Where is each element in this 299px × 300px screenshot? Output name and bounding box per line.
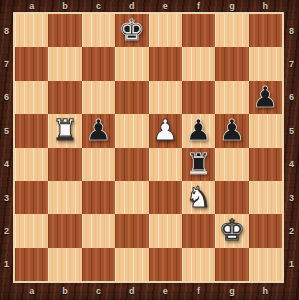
square-g7[interactable] [215, 47, 248, 80]
square-c6[interactable] [82, 81, 115, 114]
board-grid: ♚♟♜♟♟♟♟♜♞♚ [15, 14, 282, 281]
file-label-top-f: f [182, 0, 215, 12]
square-a1[interactable] [15, 248, 48, 281]
square-g4[interactable] [215, 148, 248, 181]
rank-label-left-2: 2 [0, 214, 13, 247]
rank-label-left-6: 6 [0, 81, 13, 114]
square-d1[interactable] [115, 248, 148, 281]
square-d8[interactable]: ♚ [115, 14, 148, 47]
square-d3[interactable] [115, 181, 148, 214]
rank-label-right-5: 5 [284, 114, 299, 147]
square-c2[interactable] [82, 214, 115, 247]
rank-label-right-2: 2 [284, 214, 299, 247]
square-d7[interactable] [115, 47, 148, 80]
file-label-bottom-d: d [115, 284, 148, 298]
square-b3[interactable] [48, 181, 81, 214]
rank-label-left-5: 5 [0, 114, 13, 147]
square-c5[interactable]: ♟ [82, 114, 115, 147]
square-h8[interactable] [249, 14, 282, 47]
square-c4[interactable] [82, 148, 115, 181]
square-a8[interactable] [15, 14, 48, 47]
square-b8[interactable] [48, 14, 81, 47]
file-label-bottom-e: e [149, 284, 182, 298]
square-h3[interactable] [249, 181, 282, 214]
square-b2[interactable] [48, 214, 81, 247]
square-c3[interactable] [82, 181, 115, 214]
file-label-bottom-a: a [15, 284, 48, 298]
square-c1[interactable] [82, 248, 115, 281]
square-b7[interactable] [48, 47, 81, 80]
piece-black-rook-f4[interactable]: ♜ [182, 148, 215, 181]
rank-label-left-1: 1 [0, 248, 13, 281]
file-label-top-e: e [149, 0, 182, 12]
square-d2[interactable] [115, 214, 148, 247]
piece-black-king-d8[interactable]: ♚ [115, 14, 148, 47]
file-label-top-d: d [115, 0, 148, 12]
square-f4[interactable]: ♜ [182, 148, 215, 181]
rank-label-right-7: 7 [284, 47, 299, 80]
piece-black-pawn-g5[interactable]: ♟ [215, 114, 248, 147]
chessboard: aabbccddeeffgghh8877665544332211 ♚♟♜♟♟♟♟… [0, 0, 299, 300]
file-label-top-c: c [82, 0, 115, 12]
square-d6[interactable] [115, 81, 148, 114]
rank-label-right-3: 3 [284, 181, 299, 214]
file-label-top-g: g [215, 0, 248, 12]
square-g5[interactable]: ♟ [215, 114, 248, 147]
file-label-top-b: b [48, 0, 81, 12]
rank-label-left-8: 8 [0, 14, 13, 47]
square-e6[interactable] [149, 81, 182, 114]
square-c8[interactable] [82, 14, 115, 47]
square-a6[interactable] [15, 81, 48, 114]
board-inner-frame: ♚♟♜♟♟♟♟♜♞♚ [13, 12, 284, 283]
file-label-top-h: h [249, 0, 282, 12]
square-e8[interactable] [149, 14, 182, 47]
file-label-bottom-b: b [48, 284, 81, 298]
square-e7[interactable] [149, 47, 182, 80]
square-b5[interactable]: ♜ [48, 114, 81, 147]
square-h4[interactable] [249, 148, 282, 181]
rank-label-right-4: 4 [284, 148, 299, 181]
piece-white-pawn-e5[interactable]: ♟ [149, 114, 182, 147]
piece-black-pawn-f5[interactable]: ♟ [182, 114, 215, 147]
square-h7[interactable] [249, 47, 282, 80]
square-e1[interactable] [149, 248, 182, 281]
square-a4[interactable] [15, 148, 48, 181]
square-e4[interactable] [149, 148, 182, 181]
square-b4[interactable] [48, 148, 81, 181]
file-label-bottom-c: c [82, 284, 115, 298]
square-f6[interactable] [182, 81, 215, 114]
file-label-bottom-h: h [249, 284, 282, 298]
square-g1[interactable] [215, 248, 248, 281]
square-f3[interactable]: ♞ [182, 181, 215, 214]
square-g2[interactable]: ♚ [215, 214, 248, 247]
square-a3[interactable] [15, 181, 48, 214]
square-h2[interactable] [249, 214, 282, 247]
square-f7[interactable] [182, 47, 215, 80]
square-e5[interactable]: ♟ [149, 114, 182, 147]
square-h6[interactable]: ♟ [249, 81, 282, 114]
square-f5[interactable]: ♟ [182, 114, 215, 147]
square-b1[interactable] [48, 248, 81, 281]
square-g3[interactable] [215, 181, 248, 214]
file-label-top-a: a [15, 0, 48, 12]
file-label-bottom-f: f [182, 284, 215, 298]
square-b6[interactable] [48, 81, 81, 114]
piece-black-pawn-c5[interactable]: ♟ [82, 114, 115, 147]
rank-label-right-6: 6 [284, 81, 299, 114]
rank-label-left-7: 7 [0, 47, 13, 80]
square-f8[interactable] [182, 14, 215, 47]
square-e3[interactable] [149, 181, 182, 214]
square-f1[interactable] [182, 248, 215, 281]
file-label-bottom-g: g [215, 284, 248, 298]
rank-label-right-1: 1 [284, 248, 299, 281]
square-e2[interactable] [149, 214, 182, 247]
square-g6[interactable] [215, 81, 248, 114]
square-g8[interactable] [215, 14, 248, 47]
square-h5[interactable] [249, 114, 282, 147]
rank-label-left-4: 4 [0, 148, 13, 181]
square-f2[interactable] [182, 214, 215, 247]
square-a2[interactable] [15, 214, 48, 247]
square-c7[interactable] [82, 47, 115, 80]
square-a5[interactable] [15, 114, 48, 147]
piece-white-knight-f3[interactable]: ♞ [182, 181, 215, 214]
piece-white-rook-b5[interactable]: ♜ [48, 114, 81, 147]
piece-black-pawn-h6[interactable]: ♟ [249, 81, 282, 114]
square-h1[interactable] [249, 248, 282, 281]
square-d4[interactable] [115, 148, 148, 181]
square-d5[interactable] [115, 114, 148, 147]
rank-label-right-8: 8 [284, 14, 299, 47]
square-a7[interactable] [15, 47, 48, 80]
rank-label-left-3: 3 [0, 181, 13, 214]
piece-white-king-g2[interactable]: ♚ [215, 214, 248, 247]
